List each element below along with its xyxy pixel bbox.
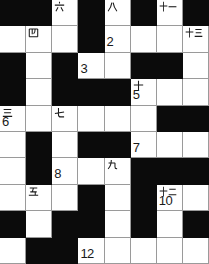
- grid-cell-r5c6[interactable]: [157, 132, 183, 158]
- block-cell-r8c5: [131, 211, 157, 237]
- grid-cell-r7c6[interactable]: 10: [157, 185, 183, 211]
- grid-cell-r1c6[interactable]: [157, 26, 183, 52]
- grid-cell-r2c4[interactable]: [105, 53, 131, 79]
- clue-number-arabic: 7: [133, 141, 140, 154]
- grid-cell-r2c7[interactable]: [183, 53, 209, 79]
- grid-cell-r3c5[interactable]: 5: [131, 79, 157, 105]
- clue-number-arabic: 12: [80, 247, 93, 260]
- block-cell-r0c3: [78, 0, 104, 26]
- grid-cell-r7c1[interactable]: [26, 185, 52, 211]
- clue-number-kanji: [54, 1, 65, 12]
- block-cell-r2c2: [52, 53, 78, 79]
- block-cell-r4c7: [183, 106, 209, 132]
- grid-cell-r4c5[interactable]: [131, 106, 157, 132]
- block-cell-r3c4: [105, 79, 131, 105]
- block-cell-r8c3: [78, 211, 104, 237]
- block-cell-r9c1: [26, 238, 52, 264]
- crossword-board: 2356781012: [0, 0, 209, 264]
- grid-cell-r1c4[interactable]: 2: [105, 26, 131, 52]
- grid-cell-r4c1[interactable]: [26, 106, 52, 132]
- grid-cell-r0c6[interactable]: [157, 0, 183, 26]
- clue-number-arabic: 2: [107, 35, 114, 48]
- grid-cell-r8c4[interactable]: [105, 211, 131, 237]
- grid-cell-r6c3[interactable]: [78, 158, 104, 184]
- grid-cell-r4c3[interactable]: [78, 106, 104, 132]
- grid-cell-r9c7[interactable]: [183, 238, 209, 264]
- block-cell-r2c0: [0, 53, 26, 79]
- grid-cell-r7c4[interactable]: [105, 185, 131, 211]
- grid-cell-r9c4[interactable]: [105, 238, 131, 264]
- clue-number-kanji: [185, 27, 203, 38]
- grid-cell-r9c5[interactable]: [131, 238, 157, 264]
- clue-number-arabic: 8: [54, 167, 61, 180]
- block-cell-r8c7: [183, 211, 209, 237]
- block-cell-r0c0: [0, 0, 26, 26]
- grid-cell-r5c5[interactable]: 7: [131, 132, 157, 158]
- grid-cell-r4c4[interactable]: [105, 106, 131, 132]
- grid-cell-r2c1[interactable]: [26, 53, 52, 79]
- block-cell-r5c4: [105, 132, 131, 158]
- grid-cell-r7c7[interactable]: [183, 185, 209, 211]
- grid-cell-r0c2[interactable]: [52, 0, 78, 26]
- block-cell-r0c5: [131, 0, 157, 26]
- clue-number-arabic: 3: [80, 62, 87, 75]
- block-cell-r4c6: [157, 106, 183, 132]
- grid-cell-r7c0[interactable]: [0, 185, 26, 211]
- grid-cell-r6c4[interactable]: [105, 158, 131, 184]
- clue-number-kanji: [28, 186, 39, 197]
- block-cell-r2c5: [131, 53, 157, 79]
- block-cell-r8c0: [0, 211, 26, 237]
- block-cell-r6c5: [131, 158, 157, 184]
- block-cell-r5c1: [26, 132, 52, 158]
- grid-cell-r3c6[interactable]: [157, 79, 183, 105]
- grid-cell-r9c6[interactable]: [157, 238, 183, 264]
- clue-number-kanji: [159, 1, 177, 12]
- clue-number-kanji: [28, 27, 39, 38]
- clue-number-kanji: [107, 159, 118, 170]
- block-cell-r3c0: [0, 79, 26, 105]
- block-cell-r6c6: [157, 158, 183, 184]
- grid-cell-r6c0[interactable]: [0, 158, 26, 184]
- grid-cell-r1c1[interactable]: [26, 26, 52, 52]
- block-cell-r6c1: [26, 158, 52, 184]
- grid-cell-r0c4[interactable]: [105, 0, 131, 26]
- grid-cell-r8c6[interactable]: [157, 211, 183, 237]
- block-cell-r5c3: [78, 132, 104, 158]
- block-cell-r3c2: [52, 79, 78, 105]
- grid-cell-r9c3[interactable]: 12: [78, 238, 104, 264]
- clue-number-kanji: [107, 1, 118, 12]
- grid-cell-r2c3[interactable]: 3: [78, 53, 104, 79]
- grid-cell-r6c2[interactable]: 8: [52, 158, 78, 184]
- grid-cell-r1c5[interactable]: [131, 26, 157, 52]
- block-cell-r9c2: [52, 238, 78, 264]
- block-cell-r0c1: [26, 0, 52, 26]
- block-cell-r3c3: [78, 79, 104, 105]
- grid-cell-r1c7[interactable]: [183, 26, 209, 52]
- grid-cell-r9c0[interactable]: [0, 238, 26, 264]
- clue-number-arabic: 10: [159, 194, 172, 207]
- block-cell-r8c2: [52, 211, 78, 237]
- grid-cell-r5c0[interactable]: [0, 132, 26, 158]
- block-cell-r7c5: [131, 185, 157, 211]
- grid-cell-r3c7[interactable]: [183, 79, 209, 105]
- grid-cell-r4c2[interactable]: [52, 106, 78, 132]
- grid-cell-r7c2[interactable]: [52, 185, 78, 211]
- grid-cell-r5c2[interactable]: [52, 132, 78, 158]
- grid-cell-r3c1[interactable]: [26, 79, 52, 105]
- block-cell-r1c3: [78, 26, 104, 52]
- grid-cell-r1c2[interactable]: [52, 26, 78, 52]
- block-cell-r0c7: [183, 0, 209, 26]
- clue-number-arabic: 6: [2, 115, 9, 128]
- grid-cell-r1c0[interactable]: [0, 26, 26, 52]
- block-cell-r6c7: [183, 158, 209, 184]
- clue-number-kanji: [54, 107, 65, 118]
- grid-cell-r8c1[interactable]: [26, 211, 52, 237]
- grid-cell-r5c7[interactable]: [183, 132, 209, 158]
- clue-number-arabic: 5: [133, 88, 140, 101]
- grid-cell-r4c0[interactable]: 6: [0, 106, 26, 132]
- block-cell-r2c6: [157, 53, 183, 79]
- block-cell-r7c3: [78, 185, 104, 211]
